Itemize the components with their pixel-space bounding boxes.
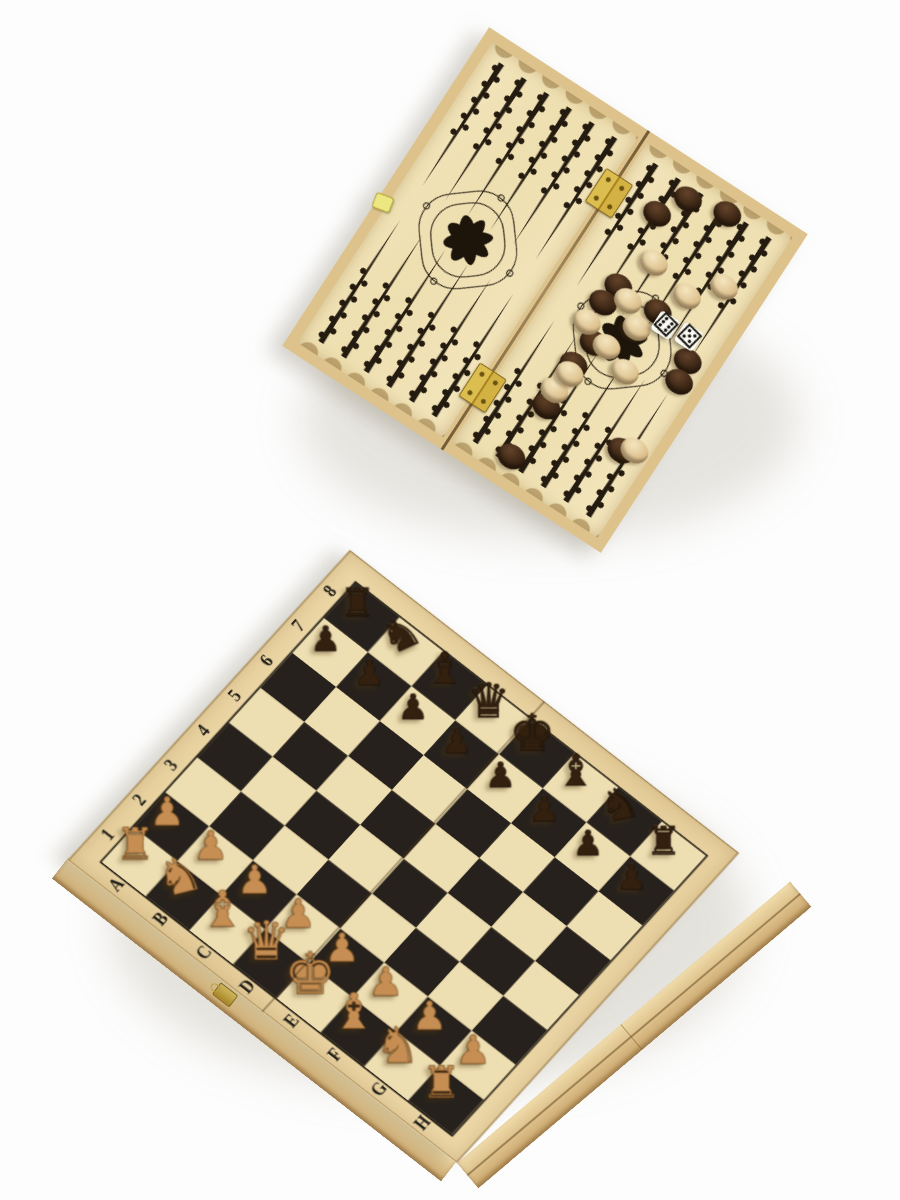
checker-dark[interactable] xyxy=(669,181,706,217)
checker-dark[interactable] xyxy=(639,196,676,232)
piece-black-pawn-h7[interactable]: ♟ xyxy=(602,832,662,896)
product-photo: { "game": "Folding wooden box set: chess… xyxy=(0,0,900,1200)
checker-light[interactable] xyxy=(636,245,673,281)
checker-light[interactable] xyxy=(705,269,742,305)
piece-white-rook-h1[interactable]: ♜ xyxy=(411,1041,471,1105)
chess-board: ♜♞♝♛♚♝♞♜♟♟♟♟♟♟♟♟♟♟♟♟♟♟♟♟♜♞♝♛♚♝♞♜ 8765432… xyxy=(68,550,739,1163)
checker-dark[interactable] xyxy=(709,196,746,232)
checker-light[interactable] xyxy=(668,278,705,314)
checker-dark[interactable] xyxy=(493,438,530,474)
